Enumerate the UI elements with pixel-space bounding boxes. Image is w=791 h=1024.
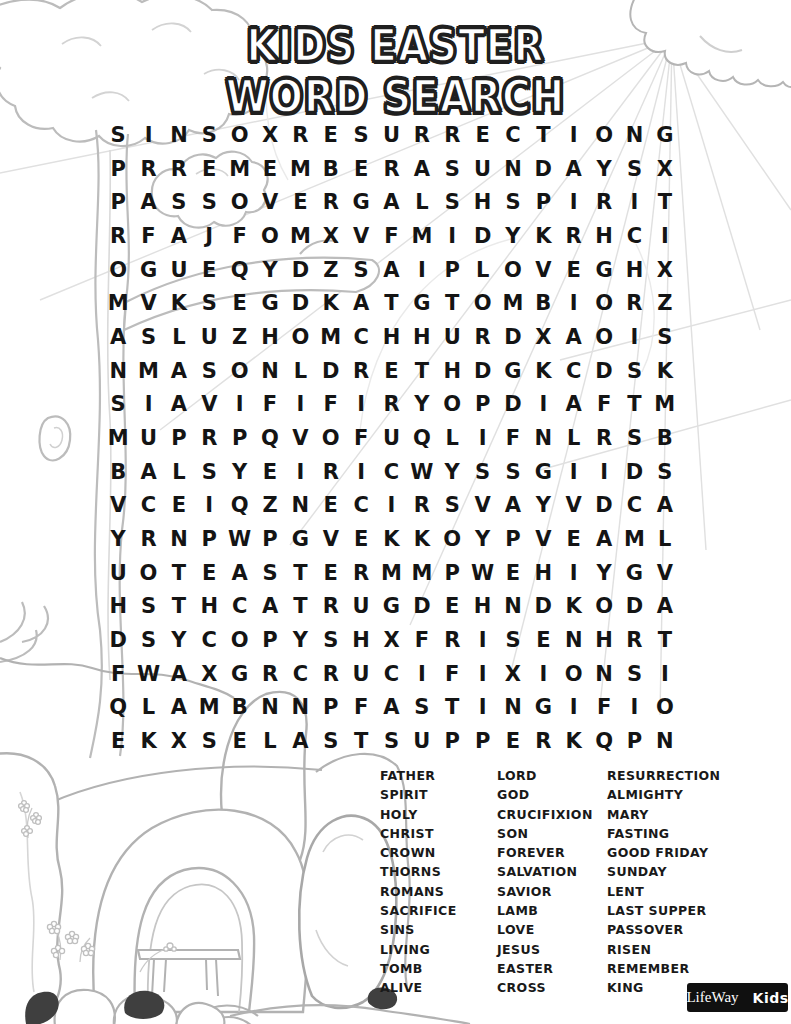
grid-cell-r9c1: S: [103, 387, 133, 421]
grid-cell-r13c11: K: [407, 522, 437, 556]
word-item: LIVING: [380, 940, 457, 959]
grid-cell-r8c14: G: [498, 354, 528, 388]
grid-cell-r7c19: S: [650, 320, 680, 354]
grid-cell-r19c17: Q: [589, 724, 619, 758]
grid-cell-r4c8: X: [316, 219, 346, 253]
grid-cell-r3c17: R: [589, 185, 619, 219]
grid-cell-r4c7: M: [285, 219, 315, 253]
grid-cell-r2c12: S: [437, 152, 467, 186]
grid-cell-r19c11: U: [407, 724, 437, 758]
grid-cell-r8c1: N: [103, 354, 133, 388]
grid-cell-r12c4: I: [194, 489, 224, 523]
grid-cell-r3c12: S: [437, 185, 467, 219]
grid-cell-r2c5: M: [224, 152, 254, 186]
grid-cell-r13c3: N: [164, 522, 194, 556]
grid-cell-r8c13: D: [467, 354, 497, 388]
grid-cell-r17c5: G: [224, 657, 254, 691]
grid-cell-r11c4: S: [194, 455, 224, 489]
grid-cell-r14c15: H: [528, 556, 558, 590]
grid-cell-r1c6: X: [255, 118, 285, 152]
grid-cell-r4c13: D: [467, 219, 497, 253]
word-item: REMEMBER: [607, 959, 720, 978]
grid-cell-r5c19: X: [650, 253, 680, 287]
grid-cell-r11c11: W: [407, 455, 437, 489]
word-item: FOREVER: [497, 843, 593, 862]
grid-cell-r8c16: C: [559, 354, 589, 388]
grid-cell-r12c18: C: [619, 489, 649, 523]
grid-cell-r6c14: M: [498, 286, 528, 320]
grid-cell-r13c16: E: [559, 522, 589, 556]
puzzle-content: KIDS EASTER WORD SEARCH SINSOXRESURRECTI…: [0, 0, 791, 1024]
grid-cell-r19c4: S: [194, 724, 224, 758]
grid-cell-r2c3: R: [164, 152, 194, 186]
grid-cell-r2c9: E: [346, 152, 376, 186]
grid-cell-r7c12: U: [437, 320, 467, 354]
grid-cell-r14c12: P: [437, 556, 467, 590]
grid-cell-r12c19: A: [650, 489, 680, 523]
grid-cell-r18c19: O: [650, 691, 680, 725]
word-item: CROSS: [497, 978, 593, 997]
grid-cell-r7c5: Z: [224, 320, 254, 354]
word-item: PASSOVER: [607, 920, 720, 939]
grid-cell-r14c5: A: [224, 556, 254, 590]
word-item: ALIVE: [380, 978, 457, 997]
grid-cell-r15c14: N: [498, 590, 528, 624]
grid-cell-r16c16: N: [559, 623, 589, 657]
brand-lifeway: LifeWay: [686, 989, 738, 1006]
grid-cell-r11c16: I: [559, 455, 589, 489]
grid-cell-r9c13: P: [467, 387, 497, 421]
grid-cell-r16c18: R: [619, 623, 649, 657]
grid-cell-r15c17: O: [589, 590, 619, 624]
grid-cell-r13c13: Y: [467, 522, 497, 556]
word-search-grid: SINSOXRESURRECTIONGPRREMEMBERASUNDAYSXPA…: [103, 118, 680, 758]
grid-cell-r12c8: E: [316, 489, 346, 523]
grid-cell-r5c11: I: [407, 253, 437, 287]
grid-cell-r11c14: S: [498, 455, 528, 489]
grid-cell-r11c5: Y: [224, 455, 254, 489]
grid-cell-r13c12: O: [437, 522, 467, 556]
word-item: SACRIFICE: [380, 901, 457, 920]
grid-cell-r13c8: V: [316, 522, 346, 556]
grid-cell-r7c1: A: [103, 320, 133, 354]
grid-cell-r14c1: U: [103, 556, 133, 590]
grid-cell-r4c6: O: [255, 219, 285, 253]
grid-cell-r6c5: E: [224, 286, 254, 320]
grid-cell-r5c8: Z: [316, 253, 346, 287]
grid-cell-r12c14: A: [498, 489, 528, 523]
grid-cell-r12c10: I: [376, 489, 406, 523]
word-item: THORNS: [380, 862, 457, 881]
word-item: FASTING: [607, 824, 720, 843]
grid-cell-r18c13: I: [467, 691, 497, 725]
grid-cell-r11c8: R: [316, 455, 346, 489]
grid-cell-r13c19: L: [650, 522, 680, 556]
grid-cell-r3c5: O: [224, 185, 254, 219]
grid-cell-r9c14: D: [498, 387, 528, 421]
grid-cell-r19c14: E: [498, 724, 528, 758]
grid-cell-r7c15: X: [528, 320, 558, 354]
grid-cell-r7c10: H: [376, 320, 406, 354]
grid-cell-r6c15: B: [528, 286, 558, 320]
grid-cell-r14c17: Y: [589, 556, 619, 590]
grid-cell-r7c6: H: [255, 320, 285, 354]
grid-cell-r16c7: Y: [285, 623, 315, 657]
grid-cell-r2c8: B: [316, 152, 346, 186]
grid-cell-r18c17: F: [589, 691, 619, 725]
grid-cell-r1c2: I: [133, 118, 163, 152]
grid-cell-r19c18: P: [619, 724, 649, 758]
grid-cell-r6c7: D: [285, 286, 315, 320]
grid-cell-r13c9: E: [346, 522, 376, 556]
grid-cell-r7c16: A: [559, 320, 589, 354]
grid-cell-r15c10: G: [376, 590, 406, 624]
word-list-column-2: LORDGODCRUCIFIXIONSONFOREVERSALVATIONSAV…: [497, 766, 593, 998]
grid-cell-r7c14: D: [498, 320, 528, 354]
word-item: CRUCIFIXION: [497, 805, 593, 824]
grid-cell-r10c11: Q: [407, 421, 437, 455]
grid-cell-r19c15: R: [528, 724, 558, 758]
grid-cell-r7c4: U: [194, 320, 224, 354]
grid-cell-r2c10: R: [376, 152, 406, 186]
grid-cell-r13c7: G: [285, 522, 315, 556]
grid-cell-r1c9: S: [346, 118, 376, 152]
grid-cell-r1c17: O: [589, 118, 619, 152]
grid-cell-r13c15: V: [528, 522, 558, 556]
grid-cell-r13c5: W: [224, 522, 254, 556]
grid-cell-r16c1: D: [103, 623, 133, 657]
grid-cell-r11c12: Y: [437, 455, 467, 489]
grid-cell-r16c12: R: [437, 623, 467, 657]
grid-cell-r3c13: H: [467, 185, 497, 219]
grid-cell-r4c1: R: [103, 219, 133, 253]
grid-cell-r9c3: A: [164, 387, 194, 421]
grid-cell-r10c12: L: [437, 421, 467, 455]
grid-cell-r18c10: A: [376, 691, 406, 725]
word-item: HOLY: [380, 805, 457, 824]
grid-cell-r13c2: R: [133, 522, 163, 556]
grid-cell-r8c15: K: [528, 354, 558, 388]
grid-cell-r4c11: M: [407, 219, 437, 253]
word-item: CHRIST: [380, 824, 457, 843]
grid-cell-r16c8: S: [316, 623, 346, 657]
grid-cell-r9c12: O: [437, 387, 467, 421]
grid-cell-r5c17: G: [589, 253, 619, 287]
grid-cell-r14c18: G: [619, 556, 649, 590]
grid-cell-r5c5: Q: [224, 253, 254, 287]
grid-cell-r18c5: B: [224, 691, 254, 725]
grid-cell-r2c6: E: [255, 152, 285, 186]
grid-cell-r2c4: E: [194, 152, 224, 186]
grid-cell-r8c18: S: [619, 354, 649, 388]
grid-cell-r17c9: U: [346, 657, 376, 691]
grid-cell-r11c3: L: [164, 455, 194, 489]
grid-cell-r17c3: A: [164, 657, 194, 691]
grid-cell-r16c4: C: [194, 623, 224, 657]
grid-cell-r18c1: Q: [103, 691, 133, 725]
grid-cell-r19c2: K: [133, 724, 163, 758]
grid-cell-r18c6: N: [255, 691, 285, 725]
grid-cell-r12c17: D: [589, 489, 619, 523]
grid-cell-r1c13: E: [467, 118, 497, 152]
grid-cell-r10c6: Q: [255, 421, 285, 455]
brand-kids: Kids: [753, 990, 789, 1006]
grid-cell-r18c4: M: [194, 691, 224, 725]
grid-cell-r15c15: D: [528, 590, 558, 624]
grid-cell-r14c13: W: [467, 556, 497, 590]
grid-cell-r5c10: A: [376, 253, 406, 287]
grid-cell-r11c10: C: [376, 455, 406, 489]
grid-cell-r2c13: U: [467, 152, 497, 186]
grid-cell-r5c9: S: [346, 253, 376, 287]
grid-cell-r16c6: P: [255, 623, 285, 657]
grid-cell-r15c2: S: [133, 590, 163, 624]
grid-cell-r18c2: L: [133, 691, 163, 725]
grid-cell-r16c5: O: [224, 623, 254, 657]
word-item: RESURRECTION: [607, 766, 720, 785]
grid-cell-r16c13: I: [467, 623, 497, 657]
grid-cell-r16c11: F: [407, 623, 437, 657]
grid-cell-r10c15: N: [528, 421, 558, 455]
grid-cell-r6c18: R: [619, 286, 649, 320]
grid-cell-r6c17: O: [589, 286, 619, 320]
grid-cell-r11c15: G: [528, 455, 558, 489]
grid-cell-r14c11: M: [407, 556, 437, 590]
grid-cell-r8c11: T: [407, 354, 437, 388]
grid-cell-r14c2: O: [133, 556, 163, 590]
title-line-2: WORD SEARCH: [0, 71, 791, 122]
grid-cell-r12c15: Y: [528, 489, 558, 523]
grid-cell-r14c4: E: [194, 556, 224, 590]
grid-cell-r3c3: S: [164, 185, 194, 219]
word-item: LAMB: [497, 901, 593, 920]
grid-cell-r15c9: U: [346, 590, 376, 624]
grid-cell-r12c2: C: [133, 489, 163, 523]
word-item: SALVATION: [497, 862, 593, 881]
grid-cell-r10c5: P: [224, 421, 254, 455]
word-item: LORD: [497, 766, 593, 785]
grid-cell-r8c8: D: [316, 354, 346, 388]
grid-cell-r17c12: F: [437, 657, 467, 691]
grid-cell-r6c10: T: [376, 286, 406, 320]
grid-cell-r17c19: I: [650, 657, 680, 691]
grid-cell-r11c19: S: [650, 455, 680, 489]
grid-cell-r16c2: S: [133, 623, 163, 657]
grid-cell-r2c17: Y: [589, 152, 619, 186]
grid-cell-r6c1: M: [103, 286, 133, 320]
grid-cell-r9c15: I: [528, 387, 558, 421]
grid-cell-r11c13: S: [467, 455, 497, 489]
word-item: EASTER: [497, 959, 593, 978]
grid-cell-r2c14: N: [498, 152, 528, 186]
grid-cell-r1c15: T: [528, 118, 558, 152]
grid-cell-r8c7: L: [285, 354, 315, 388]
grid-cell-r19c8: S: [316, 724, 346, 758]
grid-cell-r6c6: G: [255, 286, 285, 320]
grid-cell-r12c9: C: [346, 489, 376, 523]
word-item: MARY: [607, 805, 720, 824]
grid-cell-r5c4: E: [194, 253, 224, 287]
grid-cell-r12c5: Q: [224, 489, 254, 523]
grid-cell-r5c14: O: [498, 253, 528, 287]
grid-cell-r12c11: R: [407, 489, 437, 523]
worksheet-page: KIDS EASTER WORD SEARCH SINSOXRESURRECTI…: [0, 0, 791, 1024]
grid-cell-r13c4: P: [194, 522, 224, 556]
grid-cell-r6c9: A: [346, 286, 376, 320]
grid-cell-r15c8: R: [316, 590, 346, 624]
grid-cell-r1c8: E: [316, 118, 346, 152]
grid-cell-r17c10: C: [376, 657, 406, 691]
grid-cell-r12c3: E: [164, 489, 194, 523]
grid-cell-r4c2: F: [133, 219, 163, 253]
grid-cell-r3c10: A: [376, 185, 406, 219]
grid-cell-r11c1: B: [103, 455, 133, 489]
grid-cell-r9c2: I: [133, 387, 163, 421]
grid-cell-r8c2: M: [133, 354, 163, 388]
grid-cell-r5c3: U: [164, 253, 194, 287]
word-item: SINS: [380, 920, 457, 939]
grid-cell-r3c9: G: [346, 185, 376, 219]
grid-cell-r8c4: S: [194, 354, 224, 388]
grid-cell-r2c16: A: [559, 152, 589, 186]
grid-cell-r4c19: I: [650, 219, 680, 253]
word-item: SON: [497, 824, 593, 843]
grid-cell-r15c12: E: [437, 590, 467, 624]
grid-cell-r11c9: I: [346, 455, 376, 489]
grid-cell-r3c1: P: [103, 185, 133, 219]
grid-cell-r7c8: M: [316, 320, 346, 354]
grid-cell-r18c12: T: [437, 691, 467, 725]
grid-cell-r10c2: U: [133, 421, 163, 455]
grid-cell-r1c7: R: [285, 118, 315, 152]
grid-cell-r17c17: N: [589, 657, 619, 691]
grid-cell-r15c11: D: [407, 590, 437, 624]
grid-cell-r12c7: N: [285, 489, 315, 523]
grid-cell-r2c2: R: [133, 152, 163, 186]
grid-cell-r5c7: D: [285, 253, 315, 287]
grid-cell-r9c18: T: [619, 387, 649, 421]
grid-cell-r4c14: Y: [498, 219, 528, 253]
word-item: SAVIOR: [497, 882, 593, 901]
grid-cell-r2c7: M: [285, 152, 315, 186]
grid-cell-r1c3: N: [164, 118, 194, 152]
grid-cell-r10c8: O: [316, 421, 346, 455]
grid-cell-r15c4: H: [194, 590, 224, 624]
grid-cell-r1c10: U: [376, 118, 406, 152]
grid-cell-r17c6: R: [255, 657, 285, 691]
grid-cell-r11c7: I: [285, 455, 315, 489]
grid-cell-r12c13: V: [467, 489, 497, 523]
word-item: ROMANS: [380, 882, 457, 901]
grid-cell-r10c17: R: [589, 421, 619, 455]
word-item: GOOD FRIDAY: [607, 843, 720, 862]
grid-cell-r6c16: I: [559, 286, 589, 320]
grid-cell-r8c3: A: [164, 354, 194, 388]
grid-cell-r17c15: I: [528, 657, 558, 691]
grid-cell-r17c2: W: [133, 657, 163, 691]
grid-cell-r6c4: S: [194, 286, 224, 320]
grid-cell-r11c17: I: [589, 455, 619, 489]
lifeway-kids-logo: LifeWay Kids: [687, 983, 788, 1012]
grid-cell-r19c7: A: [285, 724, 315, 758]
grid-cell-r8c6: N: [255, 354, 285, 388]
grid-cell-r3c11: L: [407, 185, 437, 219]
grid-cell-r12c16: V: [559, 489, 589, 523]
grid-cell-r9c6: F: [255, 387, 285, 421]
grid-cell-r9c7: I: [285, 387, 315, 421]
grid-cell-r19c3: X: [164, 724, 194, 758]
grid-cell-r3c8: R: [316, 185, 346, 219]
grid-cell-r18c18: I: [619, 691, 649, 725]
grid-cell-r17c8: R: [316, 657, 346, 691]
grid-cell-r19c10: S: [376, 724, 406, 758]
grid-cell-r18c16: I: [559, 691, 589, 725]
grid-cell-r3c14: S: [498, 185, 528, 219]
word-item: LOVE: [497, 920, 593, 939]
grid-cell-r4c16: R: [559, 219, 589, 253]
grid-cell-r6c12: T: [437, 286, 467, 320]
grid-cell-r14c6: S: [255, 556, 285, 590]
grid-cell-r15c16: K: [559, 590, 589, 624]
grid-cell-r1c16: I: [559, 118, 589, 152]
grid-cell-r12c6: Z: [255, 489, 285, 523]
grid-cell-r11c18: D: [619, 455, 649, 489]
grid-cell-r16c19: T: [650, 623, 680, 657]
grid-cell-r17c4: X: [194, 657, 224, 691]
grid-cell-r2c18: S: [619, 152, 649, 186]
grid-cell-r13c18: M: [619, 522, 649, 556]
grid-cell-r14c14: E: [498, 556, 528, 590]
grid-cell-r5c2: G: [133, 253, 163, 287]
grid-cell-r19c12: P: [437, 724, 467, 758]
grid-cell-r14c7: T: [285, 556, 315, 590]
grid-cell-r1c11: R: [407, 118, 437, 152]
grid-cell-r10c4: R: [194, 421, 224, 455]
grid-cell-r14c9: R: [346, 556, 376, 590]
grid-cell-r13c10: K: [376, 522, 406, 556]
word-item: SUNDAY: [607, 862, 720, 881]
grid-cell-r15c5: C: [224, 590, 254, 624]
grid-cell-r9c5: I: [224, 387, 254, 421]
grid-cell-r15c19: A: [650, 590, 680, 624]
grid-cell-r7c13: R: [467, 320, 497, 354]
grid-cell-r13c17: A: [589, 522, 619, 556]
grid-cell-r17c18: S: [619, 657, 649, 691]
grid-cell-r5c18: H: [619, 253, 649, 287]
grid-cell-r10c1: M: [103, 421, 133, 455]
grid-cell-r3c18: I: [619, 185, 649, 219]
grid-cell-r10c9: F: [346, 421, 376, 455]
page-title: KIDS EASTER WORD SEARCH: [0, 20, 791, 123]
word-item: FATHER: [380, 766, 457, 785]
grid-cell-r14c10: M: [376, 556, 406, 590]
title-line-1: KIDS EASTER: [0, 20, 791, 71]
word-list-column-3: RESURRECTIONALMIGHTYMARYFASTINGGOOD FRID…: [607, 766, 720, 998]
grid-cell-r1c18: N: [619, 118, 649, 152]
grid-cell-r3c19: T: [650, 185, 680, 219]
grid-cell-r10c7: V: [285, 421, 315, 455]
grid-cell-r1c19: G: [650, 118, 680, 152]
grid-cell-r7c2: S: [133, 320, 163, 354]
grid-cell-r16c14: S: [498, 623, 528, 657]
grid-cell-r14c16: I: [559, 556, 589, 590]
grid-cell-r18c15: G: [528, 691, 558, 725]
grid-cell-r16c9: H: [346, 623, 376, 657]
grid-cell-r4c18: C: [619, 219, 649, 253]
grid-cell-r6c3: K: [164, 286, 194, 320]
grid-cell-r9c17: F: [589, 387, 619, 421]
grid-cell-r9c4: V: [194, 387, 224, 421]
